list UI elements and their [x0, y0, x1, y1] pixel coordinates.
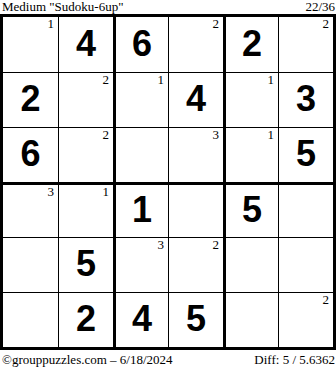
corner-mark: 1: [158, 73, 165, 87]
cell-r5c3[interactable]: 3: [113, 237, 168, 292]
cell-r1c1[interactable]: 1: [3, 17, 58, 72]
cell-r2c6[interactable]: 3: [278, 72, 333, 127]
empty-cell-counter: 22/36: [305, 0, 335, 14]
corner-mark: 3: [213, 128, 220, 142]
given-digit: 5: [296, 136, 316, 172]
given-digit: 4: [132, 301, 152, 337]
given-digit: 6: [132, 26, 152, 62]
given-digit: 4: [186, 81, 206, 117]
corner-mark: 2: [213, 238, 220, 252]
corner-mark: 1: [268, 128, 275, 142]
given-digit: 5: [76, 246, 96, 282]
given-digit: 1: [132, 192, 152, 228]
given-digit: 6: [20, 136, 40, 172]
corner-mark: 3: [48, 185, 55, 199]
page-title: Medium "Sudoku-6up": [2, 0, 123, 14]
corner-mark: 1: [103, 185, 110, 199]
header: Medium "Sudoku-6up" 22/36: [0, 0, 336, 14]
cell-r2c1[interactable]: 2: [3, 72, 58, 127]
corner-mark: 1: [48, 17, 55, 31]
cell-r6c1[interactable]: [3, 292, 58, 347]
given-digit: 5: [186, 301, 206, 337]
cell-r6c4[interactable]: 5: [168, 292, 223, 347]
corner-mark: 2: [103, 128, 110, 142]
given-digit: 2: [20, 81, 40, 117]
cell-r5c5[interactable]: [223, 237, 278, 292]
cell-r4c6[interactable]: [278, 182, 333, 237]
cell-r1c6[interactable]: 2: [278, 17, 333, 72]
sudoku-board: 1462222214136231531155322452: [0, 14, 336, 350]
cell-r4c5[interactable]: 5: [223, 182, 278, 237]
cell-r5c4[interactable]: 2: [168, 237, 223, 292]
cell-r3c5[interactable]: 1: [223, 127, 278, 182]
cell-r5c1[interactable]: [3, 237, 58, 292]
cell-r2c4[interactable]: 4: [168, 72, 223, 127]
cell-r4c2[interactable]: 1: [58, 182, 113, 237]
cell-r4c4[interactable]: [168, 182, 223, 237]
given-digit: 3: [296, 81, 316, 117]
cell-r6c2[interactable]: 2: [58, 292, 113, 347]
given-digit: 2: [242, 26, 262, 62]
given-digit: 2: [76, 301, 96, 337]
difficulty-label: Diff: 5 / 5.6362: [254, 352, 335, 368]
corner-mark: 2: [323, 293, 330, 307]
cell-r6c5[interactable]: [223, 292, 278, 347]
copyright-date-label: ©grouppuzzles.com – 6/18/2024: [2, 352, 173, 368]
cell-r5c6[interactable]: [278, 237, 333, 292]
cell-r2c5[interactable]: 1: [223, 72, 278, 127]
cell-r6c6[interactable]: 2: [278, 292, 333, 347]
cell-r3c3[interactable]: [113, 127, 168, 182]
cell-r3c6[interactable]: 5: [278, 127, 333, 182]
given-digit: 5: [242, 192, 262, 228]
cell-r2c2[interactable]: 2: [58, 72, 113, 127]
cell-r5c2[interactable]: 5: [58, 237, 113, 292]
corner-mark: 1: [268, 73, 275, 87]
cell-r6c3[interactable]: 4: [113, 292, 168, 347]
cell-r3c2[interactable]: 2: [58, 127, 113, 182]
corner-mark: 2: [213, 17, 220, 31]
cell-r1c2[interactable]: 4: [58, 17, 113, 72]
corner-mark: 2: [323, 17, 330, 31]
corner-mark: 2: [103, 73, 110, 87]
cell-r1c5[interactable]: 2: [223, 17, 278, 72]
corner-mark: 3: [158, 238, 165, 252]
given-digit: 4: [76, 26, 96, 62]
cell-r3c1[interactable]: 6: [3, 127, 58, 182]
cell-r2c3[interactable]: 1: [113, 72, 168, 127]
sudoku-6up-page: Medium "Sudoku-6up" 22/36 14622222141362…: [0, 0, 336, 370]
cell-r1c3[interactable]: 6: [113, 17, 168, 72]
cell-r4c3[interactable]: 1: [113, 182, 168, 237]
cell-r1c4[interactable]: 2: [168, 17, 223, 72]
cell-r4c1[interactable]: 3: [3, 182, 58, 237]
footer: ©grouppuzzles.com – 6/18/2024 Diff: 5 / …: [0, 352, 336, 370]
cell-r3c4[interactable]: 3: [168, 127, 223, 182]
